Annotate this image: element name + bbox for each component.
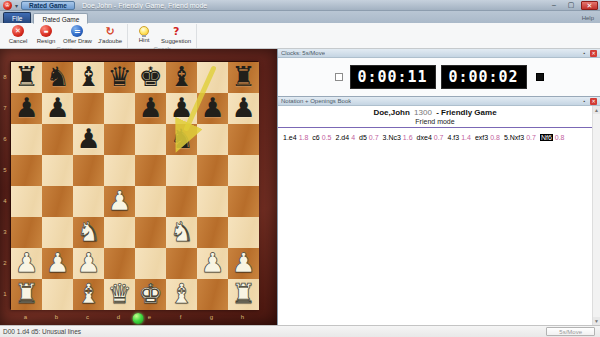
black-bishop: ♝ [166,62,197,93]
move-time: 1.4 [461,134,471,141]
white-knight: ♞ [166,217,197,248]
clocks: 0:00:11 0:00:02 [278,58,600,96]
move-time: 0.5 [322,134,332,141]
black-clock: 0:00:02 [441,65,527,89]
white-rook: ♜ [11,279,42,310]
square-g4[interactable] [197,186,228,217]
ribbon-tab-row: File Rated Game Help [0,11,600,23]
square-f6[interactable]: ♞ [166,124,197,155]
black-pawn: ♟ [228,93,259,124]
square-h1[interactable]: ♜ [228,279,259,310]
chess-board[interactable]: ♜♞♝♛♚♝♜♟♟♟♟♟♟♟♞♟♞♞♟♟♟♟♟♜♝♛♚♝♜ [10,61,258,309]
tab-rated-game[interactable]: Rated Game [33,13,88,24]
resign-button[interactable]: ▬Resign [33,24,59,45]
game-header: Doe,John 1300 - Friendly Game [278,106,592,117]
offer-draw-button[interactable]: =Offer Draw [61,24,94,45]
right-column: Clocks: 5s/Move ▪ ✕ 0:00:11 0:00:02 Nota… [277,49,600,325]
tab-file[interactable]: File [3,12,31,23]
button-label: Offer Draw [63,38,92,45]
square-f8[interactable]: ♝ [166,62,197,93]
maximize-button[interactable]: ▢ [564,1,578,10]
notation-panel-header: Notation + Openings Book ▪ ✕ [278,97,600,106]
file-label: g [196,314,227,322]
square-a5[interactable] [11,155,42,186]
white-pawn: ♟ [42,248,73,279]
square-c3[interactable]: ♞ [73,217,104,248]
move-5.Nxf3[interactable]: 5.Nxf3 [504,134,524,141]
close-button[interactable]: ✕ [581,1,598,10]
white-pawn: ♟ [104,186,135,217]
rank-label: 1 [1,278,9,309]
move-time: 1.6 [403,134,413,141]
status-bar: D00 1.d4 d5: Unusual lines 5s/Move [0,325,600,337]
square-e7[interactable]: ♟ [135,93,166,124]
square-g3[interactable] [197,217,228,248]
ribbon-group-game: ✕Cancel▬Resign=Offer Draw↻J'adoubeGame [2,24,128,48]
square-b4[interactable] [42,186,73,217]
square-c4[interactable] [73,186,104,217]
square-b8[interactable]: ♞ [42,62,73,93]
square-c5[interactable] [73,155,104,186]
move-time: 0.7 [369,134,379,141]
player-rating: 1300 [414,108,432,117]
square-c2[interactable]: ♟ [73,248,104,279]
rank-labels: 87654321 [1,61,9,309]
square-e1[interactable]: ♚ [135,279,166,310]
square-a6[interactable] [11,124,42,155]
panel-menu-icon[interactable]: ▪ [581,50,588,57]
square-g2[interactable]: ♟ [197,248,228,279]
white-pawn: ♟ [73,248,104,279]
square-d7[interactable] [104,93,135,124]
move-time: 4 [351,134,355,141]
square-f5[interactable] [166,155,197,186]
square-f3[interactable]: ♞ [166,217,197,248]
mode-label: Friend mode [278,117,592,127]
square-g7[interactable]: ♟ [197,93,228,124]
notation-scrollbar[interactable]: ▲ ▼ [592,106,600,325]
move-4.f3[interactable]: 4.f3 [448,134,460,141]
square-d1[interactable]: ♛ [104,279,135,310]
black-bishop: ♝ [73,62,104,93]
square-c8[interactable]: ♝ [73,62,104,93]
white-pawn: ♟ [11,248,42,279]
file-label: a [10,314,41,322]
square-e4[interactable] [135,186,166,217]
move-time: 0.8 [490,134,500,141]
jadoube-button[interactable]: ↻J'adoube [96,24,124,45]
rank-label: 4 [1,185,9,216]
ribbon-group-coach: Hint?SuggestionCoach [128,24,197,48]
square-h5[interactable] [228,155,259,186]
move-time: 0.8 [555,134,565,141]
black-pawn: ♟ [42,93,73,124]
suggestion-button[interactable]: ?Suggestion [159,24,193,45]
square-g6[interactable] [197,124,228,155]
white-player-icon [335,73,343,81]
move-c6[interactable]: c6 [312,134,319,141]
opening-classification: D00 1.d4 d5: Unusual lines [3,328,81,335]
black-rook: ♜ [228,62,259,93]
white-rook: ♜ [228,279,259,310]
black-pawn: ♟ [11,93,42,124]
rank-label: 2 [1,247,9,278]
square-a8[interactable]: ♜ [11,62,42,93]
quick-access-caret-icon[interactable]: ▾ [15,2,18,9]
move-time: 0.7 [526,134,536,141]
square-e2[interactable] [135,248,166,279]
button-label: Suggestion [161,38,191,45]
ribbon: ✕Cancel▬Resign=Offer Draw↻J'adoubeGameHi… [0,23,600,49]
square-e6[interactable] [135,124,166,155]
move-time: 0.7 [434,134,444,141]
square-b6[interactable] [42,124,73,155]
white-bishop: ♝ [166,279,197,310]
game-type-label: - Friendly Game [436,108,496,117]
square-d8[interactable]: ♛ [104,62,135,93]
file-label: c [72,314,103,322]
square-b1[interactable] [42,279,73,310]
square-g1[interactable] [197,279,228,310]
black-pawn: ♟ [197,93,228,124]
square-a1[interactable]: ♜ [11,279,42,310]
resign-icon: ▬ [40,25,52,37]
file-label: f [165,314,196,322]
square-b7[interactable]: ♟ [42,93,73,124]
black-king: ♚ [135,62,166,93]
rank-label: 6 [1,123,9,154]
button-label: Cancel [9,38,28,45]
black-queen: ♛ [104,62,135,93]
square-f2[interactable] [166,248,197,279]
move-3.Nc3[interactable]: 3.Nc3 [383,134,401,141]
status-indicator-green-dot [132,313,143,324]
move-time: 1.8 [299,134,309,141]
square-e8[interactable]: ♚ [135,62,166,93]
rank-label: 3 [1,216,9,247]
player-name: Doe,John [373,108,409,117]
app-menu-icon[interactable]: ♔ [3,1,12,10]
button-label: Resign [37,38,56,45]
square-h6[interactable] [228,124,259,155]
square-h2[interactable]: ♟ [228,248,259,279]
square-h4[interactable] [228,186,259,217]
move-d5[interactable]: d5 [359,134,367,141]
black-player-icon [536,73,544,81]
square-d3[interactable] [104,217,135,248]
move-exf3[interactable]: exf3 [475,134,488,141]
black-pawn: ♟ [135,93,166,124]
white-bishop: ♝ [73,279,104,310]
white-pawn: ♟ [228,248,259,279]
move-dxe4[interactable]: dxe4 [417,134,432,141]
white-clock: 0:00:11 [350,65,436,89]
white-pawn: ♟ [197,248,228,279]
time-control-button[interactable]: 5s/Move [546,327,595,336]
square-c7[interactable] [73,93,104,124]
rank-label: 5 [1,154,9,185]
white-queen: ♛ [104,279,135,310]
offer-draw-icon: = [71,25,83,37]
title-bar: ♔ ▾ Rated Game Doe,John - Friendly Game,… [0,0,600,11]
square-d2[interactable] [104,248,135,279]
window-title: Doe,John - Friendly Game, Friend mode [82,2,544,9]
hint-icon [139,26,149,36]
hint-button[interactable]: Hint [131,24,157,44]
minimize-button[interactable]: – [547,1,561,10]
square-d4[interactable]: ♟ [104,186,135,217]
quick-access-tab[interactable]: Rated Game [21,1,75,10]
square-a2[interactable]: ♟ [11,248,42,279]
notation-body: Doe,John 1300 - Friendly Game Friend mod… [278,106,600,325]
square-h3[interactable] [228,217,259,248]
board-panel: 87654321 ♜♞♝♛♚♝♜♟♟♟♟♟♟♟♞♟♞♞♟♟♟♟♟♜♝♛♚♝♜ a… [0,49,277,325]
rank-label: 8 [1,61,9,92]
scroll-up-icon[interactable]: ▲ [593,106,600,114]
square-c1[interactable]: ♝ [73,279,104,310]
black-rook: ♜ [11,62,42,93]
button-label: J'adoube [98,38,122,45]
black-knight: ♞ [166,124,197,155]
square-a7[interactable]: ♟ [11,93,42,124]
black-pawn: ♟ [166,93,197,124]
file-label: d [103,314,134,322]
clock-panel-header: Clocks: 5s/Move ▪ ✕ [278,49,600,58]
square-e5[interactable] [135,155,166,186]
square-g5[interactable] [197,155,228,186]
panel-menu-icon[interactable]: ▪ [581,98,588,105]
square-g8[interactable] [197,62,228,93]
clock-panel: Clocks: 5s/Move ▪ ✕ 0:00:11 0:00:02 [278,49,600,97]
jadoube-icon: ↻ [104,25,116,37]
panel-close-icon[interactable]: ✕ [590,50,597,57]
square-h7[interactable]: ♟ [228,93,259,124]
clock-panel-title: Clocks: 5s/Move [281,50,325,56]
square-h8[interactable]: ♜ [228,62,259,93]
square-b5[interactable] [42,155,73,186]
help-link[interactable]: Help [582,15,594,21]
square-b2[interactable]: ♟ [42,248,73,279]
scroll-down-icon[interactable]: ▼ [593,317,600,325]
move-list: 1.e41.8c60.52.d44d50.73.Nc31.6dxe40.74.f… [278,128,592,148]
file-label: b [41,314,72,322]
square-a3[interactable] [11,217,42,248]
black-knight: ♞ [42,62,73,93]
notation-panel-title: Notation + Openings Book [281,98,351,104]
panel-close-icon[interactable]: ✕ [590,98,597,105]
square-c6[interactable]: ♟ [73,124,104,155]
suggestion-icon: ? [170,25,182,37]
notation-panel: Notation + Openings Book ▪ ✕ Doe,John 13… [278,97,600,325]
square-e3[interactable] [135,217,166,248]
file-label: h [227,314,258,322]
move-1.e4[interactable]: 1.e4 [283,134,297,141]
main-area: 87654321 ♜♞♝♛♚♝♜♟♟♟♟♟♟♟♞♟♞♞♟♟♟♟♟♜♝♛♚♝♜ a… [0,49,600,325]
move-2.d4[interactable]: 2.d4 [336,134,350,141]
square-a4[interactable] [11,186,42,217]
move-Nf6[interactable]: Nf6 [540,134,553,141]
square-f7[interactable]: ♟ [166,93,197,124]
cancel-button[interactable]: ✕Cancel [5,24,31,45]
square-f1[interactable]: ♝ [166,279,197,310]
square-f4[interactable] [166,186,197,217]
cancel-icon: ✕ [12,25,24,37]
rank-label: 7 [1,92,9,123]
square-d5[interactable] [104,155,135,186]
button-label: Hint [139,37,150,44]
square-d6[interactable] [104,124,135,155]
white-king: ♚ [135,279,166,310]
white-knight: ♞ [73,217,104,248]
black-pawn: ♟ [73,124,104,155]
square-b3[interactable] [42,217,73,248]
application-window: ♔ ▾ Rated Game Doe,John - Friendly Game,… [0,0,600,337]
